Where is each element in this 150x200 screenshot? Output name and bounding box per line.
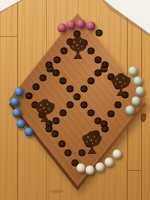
hole[interactable] <box>74 94 81 101</box>
tree-engraving <box>81 131 103 160</box>
tree-engraving <box>110 73 132 102</box>
hole[interactable] <box>95 118 102 125</box>
hole[interactable] <box>26 93 33 100</box>
marble-white[interactable] <box>77 164 86 173</box>
marble-blue[interactable] <box>17 120 26 129</box>
hole[interactable] <box>60 110 67 117</box>
scene <box>0 0 150 200</box>
hole[interactable] <box>40 75 47 82</box>
hole[interactable] <box>115 102 122 109</box>
hole[interactable] <box>52 131 59 138</box>
hole[interactable] <box>108 111 115 118</box>
hole[interactable] <box>65 150 72 157</box>
hole[interactable] <box>67 86 74 93</box>
hole[interactable] <box>53 70 60 77</box>
marble-white[interactable] <box>86 166 95 175</box>
marble-green[interactable] <box>136 87 145 96</box>
hole[interactable] <box>81 86 88 93</box>
marble-red[interactable] <box>67 21 76 30</box>
marble-blue[interactable] <box>15 88 24 97</box>
hole[interactable] <box>102 62 109 69</box>
hole[interactable] <box>96 30 103 37</box>
marble-red[interactable] <box>77 20 86 29</box>
hole[interactable] <box>95 70 102 77</box>
marble-white[interactable] <box>105 158 114 167</box>
hole[interactable] <box>33 84 40 91</box>
marble-green[interactable] <box>126 106 135 115</box>
marble-green[interactable] <box>134 77 143 86</box>
tree-engraving <box>67 36 89 65</box>
tree-engraving <box>34 99 56 128</box>
marble-red[interactable] <box>58 24 67 33</box>
hole[interactable] <box>88 110 95 117</box>
board-layer <box>0 0 150 200</box>
hole[interactable] <box>54 57 61 64</box>
marble-white[interactable] <box>96 163 105 172</box>
marble-blue[interactable] <box>11 98 20 107</box>
marble-red[interactable] <box>87 22 96 31</box>
hole[interactable] <box>88 78 95 85</box>
hole[interactable] <box>95 57 102 64</box>
marble-blue[interactable] <box>25 128 34 137</box>
marble-white[interactable] <box>113 150 122 159</box>
hole[interactable] <box>59 141 66 148</box>
hole[interactable] <box>60 78 67 85</box>
marble-green[interactable] <box>129 67 138 76</box>
hole[interactable] <box>81 102 88 109</box>
hole[interactable] <box>46 62 53 69</box>
hole[interactable] <box>67 102 74 109</box>
marble-blue[interactable] <box>13 109 22 118</box>
marble-green[interactable] <box>132 97 141 106</box>
